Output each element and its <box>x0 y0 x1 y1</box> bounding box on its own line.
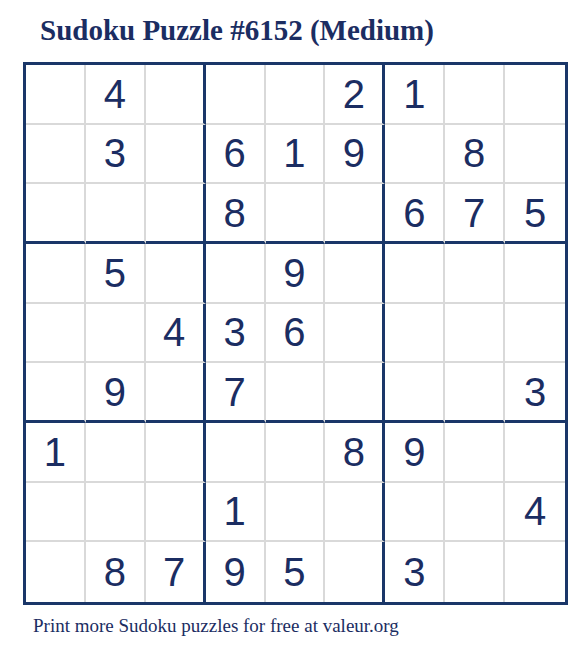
cell-r5c3: 4 <box>146 304 206 364</box>
cell-r5c1 <box>26 304 86 364</box>
cell-r2c6: 9 <box>325 125 385 185</box>
cell-r6c1 <box>26 363 86 423</box>
cell-r2c9 <box>505 125 565 185</box>
cell-r1c9 <box>505 65 565 125</box>
cell-r8c6 <box>325 483 385 543</box>
cell-r9c2: 8 <box>86 542 146 602</box>
cell-r5c2 <box>86 304 146 364</box>
cell-r2c2: 3 <box>86 125 146 185</box>
cell-r9c6 <box>325 542 385 602</box>
cell-r3c7: 6 <box>385 184 445 244</box>
cell-r5c5: 6 <box>266 304 326 364</box>
cell-r5c8 <box>445 304 505 364</box>
cell-r9c4: 9 <box>206 542 266 602</box>
cell-r8c8 <box>445 483 505 543</box>
cell-r4c3 <box>146 244 206 304</box>
cell-r3c2 <box>86 184 146 244</box>
cell-r5c9 <box>505 304 565 364</box>
cell-r6c4: 7 <box>206 363 266 423</box>
cell-r8c7 <box>385 483 445 543</box>
cell-r9c9 <box>505 542 565 602</box>
cell-r4c9 <box>505 244 565 304</box>
cell-r2c7 <box>385 125 445 185</box>
cell-r2c4: 6 <box>206 125 266 185</box>
cell-r3c6 <box>325 184 385 244</box>
cell-r4c4 <box>206 244 266 304</box>
cell-r9c1 <box>26 542 86 602</box>
cell-r9c8 <box>445 542 505 602</box>
cell-r1c2: 4 <box>86 65 146 125</box>
cell-r4c6 <box>325 244 385 304</box>
cell-r1c6: 2 <box>325 65 385 125</box>
cell-r1c1 <box>26 65 86 125</box>
cell-r1c7: 1 <box>385 65 445 125</box>
cell-r7c9 <box>505 423 565 483</box>
cell-r4c2: 5 <box>86 244 146 304</box>
cell-r9c5: 5 <box>266 542 326 602</box>
cell-r8c4: 1 <box>206 483 266 543</box>
cell-r3c1 <box>26 184 86 244</box>
cell-r2c3 <box>146 125 206 185</box>
cell-r4c5: 9 <box>266 244 326 304</box>
footer-text: Print more Sudoku puzzles for free at va… <box>33 616 399 635</box>
page-title: Sudoku Puzzle #6152 (Medium) <box>40 16 434 45</box>
cell-r9c7: 3 <box>385 542 445 602</box>
cell-r1c5 <box>266 65 326 125</box>
cell-r7c7: 9 <box>385 423 445 483</box>
cell-r6c2: 9 <box>86 363 146 423</box>
cell-r8c5 <box>266 483 326 543</box>
cell-r7c6: 8 <box>325 423 385 483</box>
cell-r6c7 <box>385 363 445 423</box>
sudoku-board: 421361988675594369731891487953 <box>23 62 568 605</box>
cell-r8c3 <box>146 483 206 543</box>
cell-r4c8 <box>445 244 505 304</box>
cell-r6c9: 3 <box>505 363 565 423</box>
cell-r7c1: 1 <box>26 423 86 483</box>
cell-r7c2 <box>86 423 146 483</box>
cell-r4c7 <box>385 244 445 304</box>
cell-r7c5 <box>266 423 326 483</box>
cell-r2c5: 1 <box>266 125 326 185</box>
cell-r2c8: 8 <box>445 125 505 185</box>
cell-r3c4: 8 <box>206 184 266 244</box>
cell-r1c8 <box>445 65 505 125</box>
cell-r6c5 <box>266 363 326 423</box>
cell-r3c5 <box>266 184 326 244</box>
cell-r4c1 <box>26 244 86 304</box>
cell-r8c1 <box>26 483 86 543</box>
cell-r6c3 <box>146 363 206 423</box>
cell-r5c4: 3 <box>206 304 266 364</box>
cell-r6c8 <box>445 363 505 423</box>
cell-r3c3 <box>146 184 206 244</box>
cell-r6c6 <box>325 363 385 423</box>
cell-r8c9: 4 <box>505 483 565 543</box>
cell-r3c8: 7 <box>445 184 505 244</box>
cell-r8c2 <box>86 483 146 543</box>
cell-r7c8 <box>445 423 505 483</box>
cell-r7c4 <box>206 423 266 483</box>
cell-r1c4 <box>206 65 266 125</box>
cell-r9c3: 7 <box>146 542 206 602</box>
cell-r1c3 <box>146 65 206 125</box>
page: Sudoku Puzzle #6152 (Medium) 42136198867… <box>0 0 574 651</box>
cell-r5c6 <box>325 304 385 364</box>
cell-r3c9: 5 <box>505 184 565 244</box>
cell-r2c1 <box>26 125 86 185</box>
cell-r7c3 <box>146 423 206 483</box>
cell-r5c7 <box>385 304 445 364</box>
